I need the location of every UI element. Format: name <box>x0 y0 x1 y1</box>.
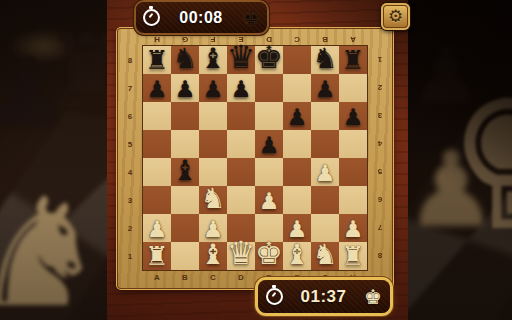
square-e7[interactable] <box>255 74 283 102</box>
file-label-c: C <box>283 32 311 44</box>
white-bishop-f1[interactable]: ♝ <box>284 241 309 269</box>
square-d3[interactable] <box>227 186 255 214</box>
file-label-d: D <box>227 273 255 285</box>
white-knight-c3[interactable]: ♞ <box>200 185 225 213</box>
square-a5[interactable] <box>143 130 171 158</box>
stopwatch-icon <box>266 288 283 305</box>
white-queen-d1[interactable]: ♛ <box>227 237 256 269</box>
black-bishop-c8[interactable]: ♝ <box>200 45 225 73</box>
rank-label-6: 6 <box>374 186 386 214</box>
rank-labels-left: 87654321 <box>124 46 136 270</box>
black-king-e8[interactable]: ♚ <box>255 42 283 73</box>
rank-label-4: 4 <box>374 130 386 158</box>
white-pawn-g4[interactable]: ♟ <box>315 162 336 185</box>
file-label-a: A <box>143 273 171 285</box>
square-h5[interactable] <box>339 130 367 158</box>
square-b1[interactable] <box>171 242 199 270</box>
white-pawn-h2[interactable]: ♟ <box>343 218 364 241</box>
black-pawn-f6[interactable]: ♟ <box>287 106 308 129</box>
white-king-e1[interactable]: ♚ <box>255 238 283 269</box>
rank-label-5: 5 <box>124 130 136 158</box>
black-pawn-a7[interactable]: ♟ <box>147 78 168 101</box>
square-d6[interactable] <box>227 102 255 130</box>
scene-shadow <box>408 0 512 320</box>
square-g5[interactable] <box>311 130 339 158</box>
rank-label-5: 5 <box>374 158 386 186</box>
rank-label-3: 3 <box>374 102 386 130</box>
scene-shadow <box>0 0 107 320</box>
white-rook-h1[interactable]: ♜ <box>341 243 364 269</box>
square-c6[interactable] <box>199 102 227 130</box>
square-b3[interactable] <box>171 186 199 214</box>
black-rook-a8[interactable]: ♜ <box>145 47 168 73</box>
black-timer-value: 00:08 <box>167 9 235 27</box>
white-timer-value: 01:37 <box>290 287 357 307</box>
black-pawn-d7[interactable]: ♟ <box>231 78 252 101</box>
gear-icon: ⚙ <box>388 8 403 25</box>
settings-button[interactable]: ⚙ <box>381 3 410 30</box>
square-e4[interactable] <box>255 158 283 186</box>
white-timer: 01:37 ♚ <box>258 280 390 313</box>
square-g6[interactable] <box>311 102 339 130</box>
black-king-icon: ♚ <box>242 8 260 28</box>
file-label-a: A <box>339 32 367 44</box>
rank-label-1: 1 <box>374 46 386 74</box>
rank-label-8: 8 <box>374 242 386 270</box>
chess-board: ABCDEFGH ABCDEFGH 87654321 87654321 ♜♞♝♛… <box>118 29 392 288</box>
square-f5[interactable] <box>283 130 311 158</box>
square-d4[interactable] <box>227 158 255 186</box>
rank-label-3: 3 <box>124 186 136 214</box>
file-label-b: B <box>171 273 199 285</box>
white-pawn-e3[interactable]: ♟ <box>259 190 280 213</box>
black-queen-d8[interactable]: ♛ <box>227 41 256 73</box>
black-pawn-c7[interactable]: ♟ <box>203 78 224 101</box>
white-rook-a1[interactable]: ♜ <box>145 243 168 269</box>
square-a3[interactable] <box>143 186 171 214</box>
square-e6[interactable] <box>255 102 283 130</box>
rank-label-2: 2 <box>374 74 386 102</box>
black-pawn-b7[interactable]: ♟ <box>175 78 196 101</box>
rank-label-8: 8 <box>124 46 136 74</box>
square-a4[interactable] <box>143 158 171 186</box>
rank-label-4: 4 <box>124 158 136 186</box>
rank-label-6: 6 <box>124 102 136 130</box>
file-label-c: C <box>199 273 227 285</box>
square-f4[interactable] <box>283 158 311 186</box>
rank-label-1: 1 <box>124 242 136 270</box>
background-scene-right: ♟ ♟ ♚ <box>408 0 512 320</box>
square-b6[interactable] <box>171 102 199 130</box>
white-pawn-a2[interactable]: ♟ <box>147 218 168 241</box>
square-h7[interactable] <box>339 74 367 102</box>
black-timer: 00:08 ♚ <box>136 2 267 33</box>
square-f3[interactable] <box>283 186 311 214</box>
square-c5[interactable] <box>199 130 227 158</box>
white-king-icon: ♚ <box>364 287 382 307</box>
rank-labels-right: 87654321 <box>374 46 386 270</box>
black-knight-g8[interactable]: ♞ <box>312 45 337 73</box>
square-b2[interactable] <box>171 214 199 242</box>
black-pawn-g7[interactable]: ♟ <box>315 78 336 101</box>
square-h3[interactable] <box>339 186 367 214</box>
black-rook-h8[interactable]: ♜ <box>341 47 364 73</box>
square-g3[interactable] <box>311 186 339 214</box>
rank-label-7: 7 <box>124 74 136 102</box>
square-d5[interactable] <box>227 130 255 158</box>
white-bishop-c1[interactable]: ♝ <box>200 241 225 269</box>
background-scene-left: ♟ ♜ ♞ <box>0 0 107 320</box>
square-f8[interactable] <box>283 46 311 74</box>
black-knight-b8[interactable]: ♞ <box>172 45 197 73</box>
chess-app-screen: ♟ ♜ ♞ ♟ ♟ ♚ ABCDEFGH ABCDEFGH 87654321 8… <box>0 0 512 320</box>
rank-label-7: 7 <box>374 214 386 242</box>
white-knight-g1[interactable]: ♞ <box>312 241 337 269</box>
black-pawn-h6[interactable]: ♟ <box>343 106 364 129</box>
rank-label-2: 2 <box>124 214 136 242</box>
black-bishop-b4[interactable]: ♝ <box>172 157 197 185</box>
square-h4[interactable] <box>339 158 367 186</box>
stopwatch-icon <box>143 9 160 26</box>
square-a6[interactable] <box>143 102 171 130</box>
file-label-h: H <box>143 32 171 44</box>
black-pawn-e5[interactable]: ♟ <box>259 134 280 157</box>
square-f7[interactable] <box>283 74 311 102</box>
